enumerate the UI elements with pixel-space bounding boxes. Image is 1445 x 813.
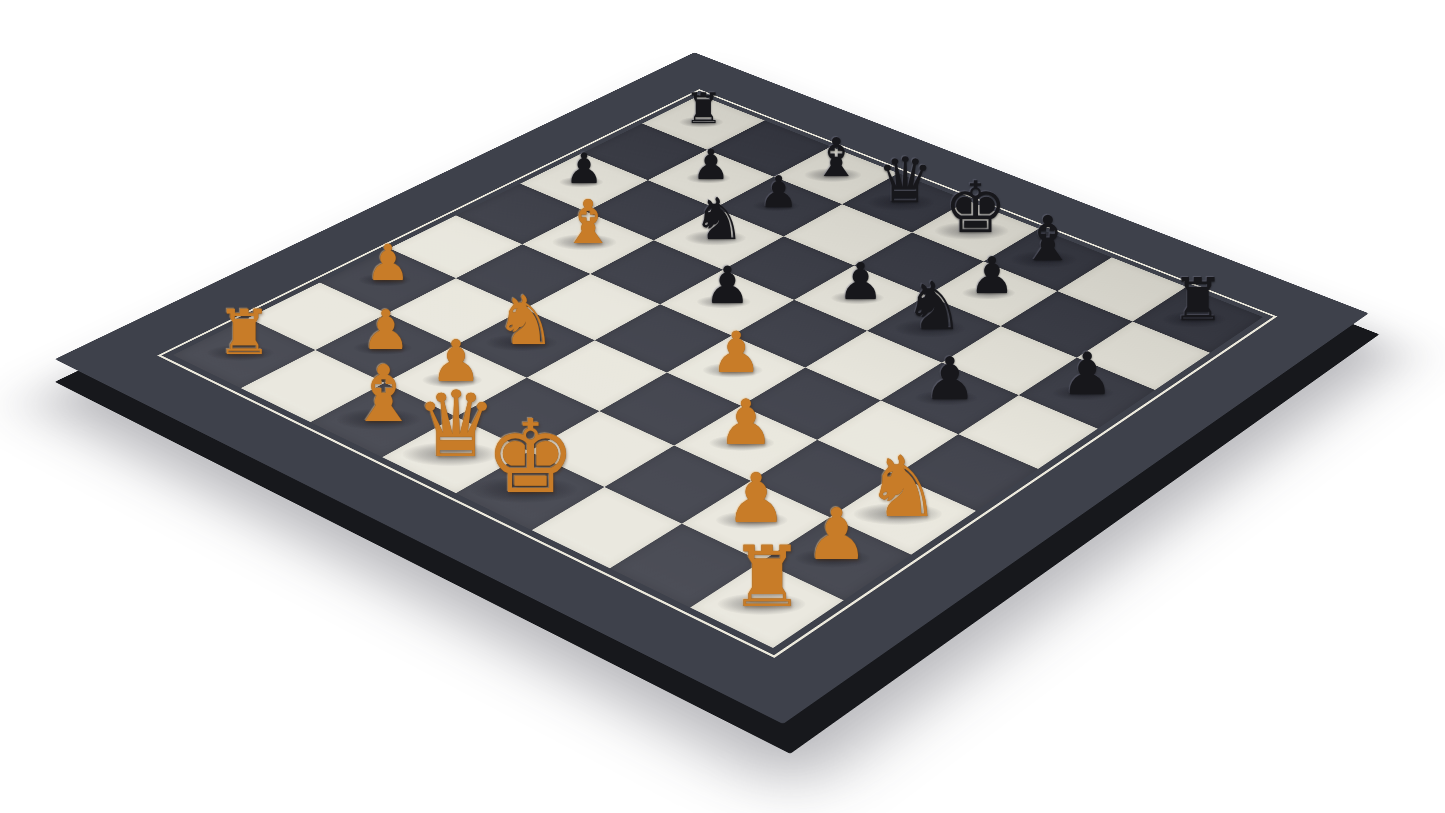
board-grid xyxy=(173,95,1263,648)
chess-photo-scene: ♜♟♟♝♝♟♞♛♚♟♟♟♜♟♞♜♟♟♞♟♝♟♛♟♚♞♟♝♟♟♜ xyxy=(0,0,1445,813)
chess-board xyxy=(173,95,1263,648)
